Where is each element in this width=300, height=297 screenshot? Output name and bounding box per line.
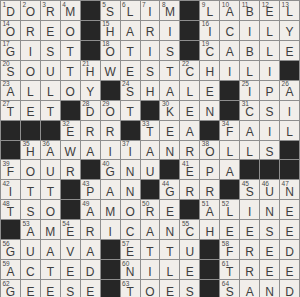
letter-square-r6c7[interactable]: T <box>121 101 140 120</box>
letter-square-r8c9[interactable]: N <box>160 141 179 160</box>
letter-square-r9c2[interactable]: O <box>21 160 40 179</box>
cell-letter: E <box>126 246 134 258</box>
block-square-r5c6 <box>101 81 120 100</box>
letter-square-r5c4[interactable]: O <box>61 81 80 100</box>
letter-square-r15c4[interactable]: S <box>61 280 80 297</box>
letter-square-r14c5[interactable]: D <box>81 260 100 279</box>
letter-square-r8c5[interactable]: A <box>81 141 100 160</box>
cell-letter: E <box>286 206 294 218</box>
cell-letter: I <box>148 266 151 278</box>
cell-letter: I <box>268 66 271 78</box>
cell-letter: B <box>246 6 254 18</box>
cell-letter: U <box>146 166 155 178</box>
letter-square-r9c10[interactable]: 41E <box>180 160 199 179</box>
letter-square-r2c7[interactable]: A <box>121 21 140 40</box>
letter-square-r6c10[interactable]: E <box>180 101 199 120</box>
letter-square-r11c14[interactable]: N <box>260 200 279 219</box>
letter-square-r2c1[interactable]: 14O <box>1 21 20 40</box>
letter-square-r10c1[interactable]: 42I <box>1 180 20 199</box>
letter-square-r6c14[interactable]: S <box>260 101 279 120</box>
letter-square-r9c12[interactable]: A <box>220 160 239 179</box>
cell-letter: C <box>245 106 254 118</box>
letter-square-r12c4[interactable]: 54E <box>61 220 80 239</box>
letter-square-r9c6[interactable]: 40G <box>101 160 120 179</box>
letter-square-r3c8[interactable]: I <box>141 41 160 60</box>
cell-letter: F <box>226 246 233 258</box>
letter-square-r10c10[interactable]: R <box>180 180 199 199</box>
letter-square-r3c11[interactable]: 19C <box>200 41 219 60</box>
block-square-r3c5 <box>81 41 100 60</box>
letter-square-r8c4[interactable]: W <box>61 141 80 160</box>
letter-square-r14c8[interactable]: I <box>141 260 160 279</box>
cell-letter: F <box>226 126 233 138</box>
clue-number: 20 <box>3 61 10 68</box>
letter-square-r4c1[interactable]: 20S <box>1 61 20 80</box>
block-square-r15c6 <box>101 280 120 297</box>
cell-letter: G <box>165 186 174 198</box>
letter-square-r4c11[interactable]: H <box>200 61 219 80</box>
letter-square-r8c13[interactable]: L <box>240 141 259 160</box>
letter-square-r15c7[interactable]: 63T <box>121 280 140 297</box>
letter-square-r13c2[interactable]: U <box>21 240 40 259</box>
clue-number: 11 <box>242 2 249 9</box>
cell-letter: O <box>125 206 134 218</box>
letter-square-r1c2[interactable]: 2O <box>21 1 40 20</box>
letter-square-r5c1[interactable]: 23A <box>1 81 20 100</box>
letter-square-r7c4[interactable]: 32E <box>61 121 80 140</box>
letter-square-r5c2[interactable]: L <box>21 81 40 100</box>
letter-square-r6c5[interactable]: 28D <box>81 101 100 120</box>
letter-square-r1c9[interactable]: 8M <box>160 1 179 20</box>
letter-square-r13c7[interactable]: 57E <box>121 240 140 259</box>
letter-square-r3c3[interactable]: S <box>41 41 60 60</box>
cell-letter: A <box>46 246 54 258</box>
letter-square-r8c10[interactable]: R <box>180 141 199 160</box>
letter-square-r15c10[interactable]: S <box>180 280 199 297</box>
letter-square-r4c4[interactable]: T <box>61 61 80 80</box>
letter-square-r12c7[interactable]: C <box>121 220 140 239</box>
cell-letter: E <box>46 286 54 297</box>
letter-square-r9c4[interactable]: R <box>61 160 80 179</box>
letter-square-r5c15[interactable]: 26A <box>280 81 299 100</box>
letter-square-r6c9[interactable]: 30K <box>160 101 179 120</box>
letter-square-r12c3[interactable]: M <box>41 220 60 239</box>
block-square-r10c12 <box>220 180 239 199</box>
letter-square-r12c5[interactable]: R <box>81 220 100 239</box>
cell-letter: T <box>47 106 54 118</box>
cell-letter: L <box>266 26 273 38</box>
letter-square-r4c9[interactable]: T <box>160 61 179 80</box>
clue-number: 3 <box>42 2 46 9</box>
letter-square-r10c5[interactable]: 43P <box>81 180 100 199</box>
block-square-r9c13 <box>240 160 259 179</box>
letter-square-r1c14[interactable]: 12E <box>260 1 279 20</box>
letter-square-r4c5[interactable]: 21H <box>81 61 100 80</box>
letter-square-r7c8[interactable]: 33T <box>141 121 160 140</box>
cell-letter: E <box>166 206 174 218</box>
letter-square-r14c3[interactable]: T <box>41 260 60 279</box>
cell-letter: A <box>26 226 34 238</box>
letter-square-r12c8[interactable]: A <box>141 220 160 239</box>
cell-letter: R <box>186 186 195 198</box>
letter-square-r13c12[interactable]: 58F <box>220 240 239 259</box>
letter-square-r7c9[interactable]: E <box>160 121 179 140</box>
letter-square-r3c9[interactable]: S <box>160 41 179 60</box>
letter-square-r14c13[interactable]: R <box>240 260 259 279</box>
cell-letter: S <box>266 226 274 238</box>
letter-square-r13c13[interactable]: R <box>240 240 259 259</box>
letter-square-r15c2[interactable]: E <box>21 280 40 297</box>
letter-square-r2c13[interactable]: I <box>240 21 259 40</box>
letter-square-r13c4[interactable]: V <box>61 240 80 259</box>
letter-square-r3c7[interactable]: T <box>121 41 140 60</box>
letter-square-r11c5[interactable]: 49A <box>81 200 100 219</box>
clue-number: 53 <box>22 221 29 228</box>
cell-letter: P <box>206 166 214 178</box>
letter-square-r11c6[interactable]: M <box>101 200 120 219</box>
cell-letter: Y <box>86 86 94 98</box>
letter-square-r11c11[interactable]: 51A <box>200 200 219 219</box>
letter-square-r3c15[interactable]: E <box>280 41 299 60</box>
letter-square-r8c6[interactable]: I <box>101 141 120 160</box>
letter-square-r7c13[interactable]: A <box>240 121 259 140</box>
block-square-r9c14 <box>260 160 279 179</box>
letter-square-r10c7[interactable]: N <box>121 180 140 199</box>
letter-square-r15c13[interactable]: A <box>240 280 259 297</box>
letter-square-r8c14[interactable]: S <box>260 141 279 160</box>
letter-square-r6c3[interactable]: T <box>41 101 60 120</box>
clue-number: 31 <box>242 101 249 108</box>
cell-letter: E <box>286 266 294 278</box>
letter-square-r10c11[interactable]: R <box>200 180 219 199</box>
cell-letter: S <box>266 146 274 158</box>
block-square-r4c15 <box>280 61 299 80</box>
letter-square-r12c11[interactable]: H <box>200 220 219 239</box>
cell-letter: W <box>104 66 115 78</box>
letter-square-r4c8[interactable]: S <box>141 61 160 80</box>
letter-square-r2c3[interactable]: E <box>41 21 60 40</box>
cell-letter: C <box>225 26 234 38</box>
letter-square-r2c15[interactable]: Y <box>280 21 299 40</box>
clue-number: 56 <box>3 241 10 248</box>
cell-letter: U <box>46 66 55 78</box>
cell-letter: P <box>266 86 274 98</box>
letter-square-r9c7[interactable]: N <box>121 160 140 179</box>
letter-square-r3c6[interactable]: 18O <box>101 41 120 60</box>
letter-square-r11c9[interactable]: E <box>160 200 179 219</box>
letter-square-r3c4[interactable]: T <box>61 41 80 60</box>
cell-letter: R <box>86 126 95 138</box>
letter-square-r9c11[interactable]: P <box>200 160 219 179</box>
letter-square-r10c9[interactable]: 44G <box>160 180 179 199</box>
clue-number: 30 <box>162 101 169 108</box>
letter-square-r13c1[interactable]: 56G <box>1 240 20 259</box>
letter-square-r15c3[interactable]: E <box>41 280 60 297</box>
cell-letter: N <box>205 106 214 118</box>
cell-letter: I <box>208 26 211 38</box>
letter-square-r15c14[interactable]: N <box>260 280 279 297</box>
letter-square-r6c11[interactable]: N <box>200 101 219 120</box>
letter-square-r14c1[interactable]: 59A <box>1 260 20 279</box>
cell-letter: A <box>146 226 154 238</box>
letter-square-r7c14[interactable]: I <box>260 121 279 140</box>
cell-letter: U <box>46 166 55 178</box>
letter-square-r15c1[interactable]: 62G <box>1 280 20 297</box>
cell-letter: L <box>246 66 253 78</box>
letter-square-r15c15[interactable]: D <box>280 280 299 297</box>
letter-square-r12c14[interactable]: S <box>260 220 279 239</box>
letter-square-r10c13[interactable]: 45S <box>240 180 259 199</box>
cell-letter: T <box>47 266 54 278</box>
letter-square-r11c2[interactable]: S <box>21 200 40 219</box>
letter-square-r5c5[interactable]: Y <box>81 81 100 100</box>
letter-square-r3c13[interactable]: B <box>240 41 259 60</box>
letter-square-r8c3[interactable]: 36A <box>41 141 60 160</box>
letter-square-r2c6[interactable]: 15H <box>101 21 120 40</box>
letter-square-r8c7[interactable]: 37I <box>121 141 140 160</box>
cell-letter: G <box>6 46 15 58</box>
letter-square-r13c3[interactable]: A <box>41 240 60 259</box>
letter-square-r5c8[interactable]: H <box>141 81 160 100</box>
cell-letter: O <box>66 26 75 38</box>
clue-number: 39 <box>3 161 10 168</box>
clue-number: 50 <box>142 201 149 208</box>
letter-square-r11c12[interactable]: 52L <box>220 200 239 219</box>
block-square-r9c9 <box>160 160 179 179</box>
letter-square-r14c4[interactable]: E <box>61 260 80 279</box>
cell-letter: A <box>246 286 254 297</box>
letter-square-r3c2[interactable]: I <box>21 41 40 60</box>
letter-square-r2c8[interactable]: R <box>141 21 160 40</box>
letter-square-r6c1[interactable]: 27T <box>1 101 20 120</box>
letter-square-r1c3[interactable]: 3R <box>41 1 60 20</box>
clue-number: 27 <box>3 101 10 108</box>
letter-square-r13c5[interactable]: A <box>81 240 100 259</box>
letter-square-r10c3[interactable]: T <box>41 180 60 199</box>
cell-letter: T <box>126 46 133 58</box>
letter-square-r14c9[interactable]: L <box>160 260 179 279</box>
letter-square-r15c5[interactable]: E <box>81 280 100 297</box>
cell-letter: E <box>226 226 234 238</box>
cell-letter: L <box>47 86 54 98</box>
cell-letter: O <box>46 206 55 218</box>
cell-letter: L <box>27 86 34 98</box>
block-square-r7c1 <box>1 121 20 140</box>
letter-square-r6c15[interactable]: I <box>280 101 299 120</box>
letter-square-r11c8[interactable]: 50R <box>141 200 160 219</box>
letter-square-r5c13[interactable]: 25I <box>240 81 259 100</box>
letter-square-r1c13[interactable]: 11B <box>240 1 259 20</box>
cell-letter: O <box>26 6 35 18</box>
letter-square-r6c13[interactable]: 31C <box>240 101 259 120</box>
letter-square-r12c15[interactable]: E <box>280 220 299 239</box>
clue-number: 60 <box>122 261 129 268</box>
cell-letter: A <box>206 206 214 218</box>
letter-square-r2c11[interactable]: 16I <box>200 21 219 40</box>
letter-square-r7c6[interactable]: R <box>101 121 120 140</box>
letter-square-r15c9[interactable]: E <box>160 280 179 297</box>
cell-letter: I <box>29 46 32 58</box>
letter-square-r15c12[interactable]: 64S <box>220 280 239 297</box>
cell-letter: N <box>126 266 135 278</box>
letter-square-r11c1[interactable]: 48T <box>1 200 20 219</box>
letter-square-r14c15[interactable]: E <box>280 260 299 279</box>
letter-square-r13c8[interactable]: T <box>141 240 160 259</box>
letter-square-r12c2[interactable]: 53A <box>21 220 40 239</box>
cell-letter: O <box>105 46 114 58</box>
letter-square-r13c15[interactable]: D <box>280 240 299 259</box>
cell-letter: I <box>248 86 251 98</box>
letter-square-r12c9[interactable]: N <box>160 220 179 239</box>
letter-square-r1c8[interactable]: 7I <box>141 1 160 20</box>
cell-letter: R <box>86 226 95 238</box>
letter-square-r5c14[interactable]: P <box>260 81 279 100</box>
letter-square-r9c1[interactable]: 39F <box>1 160 20 179</box>
letter-square-r12c10[interactable]: 55C <box>180 220 199 239</box>
cell-letter: I <box>248 26 251 38</box>
letter-square-r3c1[interactable]: 17G <box>1 41 20 60</box>
letter-square-r2c4[interactable]: O <box>61 21 80 40</box>
letter-square-r2c12[interactable]: C <box>220 21 239 40</box>
clue-number: 34 <box>222 121 229 128</box>
clue-number: 47 <box>282 181 289 188</box>
letter-square-r11c7[interactable]: O <box>121 200 140 219</box>
cell-letter: D <box>86 106 95 118</box>
letter-square-r5c11[interactable]: E <box>200 81 219 100</box>
clue-number: 32 <box>62 121 69 128</box>
cell-letter: D <box>285 246 294 258</box>
cell-letter: E <box>186 106 194 118</box>
letter-square-r13c9[interactable]: T <box>160 240 179 259</box>
cell-letter: N <box>265 286 274 297</box>
clue-number: 28 <box>82 101 89 108</box>
letter-square-r12c13[interactable]: E <box>240 220 259 239</box>
letter-square-r12c6[interactable]: I <box>101 220 120 239</box>
letter-square-r1c6[interactable]: 5S <box>101 1 120 20</box>
letter-square-r13c10[interactable]: U <box>180 240 199 259</box>
letter-square-r5c7[interactable]: 24S <box>121 81 140 100</box>
cell-letter: E <box>246 226 254 238</box>
cell-letter: A <box>86 246 94 258</box>
letter-square-r4c10[interactable]: 22C <box>180 61 199 80</box>
letter-square-r7c15[interactable]: L <box>280 121 299 140</box>
letter-square-r4c13[interactable]: L <box>240 61 259 80</box>
letter-square-r11c13[interactable]: I <box>240 200 259 219</box>
cell-letter: I <box>148 6 151 18</box>
cell-letter: E <box>126 66 134 78</box>
letter-square-r1c7[interactable]: 6L <box>121 1 140 20</box>
letter-square-r5c10[interactable]: L <box>180 81 199 100</box>
letter-square-r4c7[interactable]: E <box>121 61 140 80</box>
letter-square-r10c6[interactable]: A <box>101 180 120 199</box>
cell-letter: C <box>186 226 195 238</box>
block-square-r6c4 <box>61 101 80 120</box>
letter-square-r4c2[interactable]: O <box>21 61 40 80</box>
letter-square-r13c14[interactable]: E <box>260 240 279 259</box>
letter-square-r14c12[interactable]: 61T <box>220 260 239 279</box>
block-square-r8c15 <box>280 141 299 160</box>
cell-letter: E <box>166 286 174 297</box>
clue-number: 19 <box>202 41 209 48</box>
clue-number: 58 <box>222 241 229 248</box>
letter-square-r8c2[interactable]: 35H <box>21 141 40 160</box>
letter-square-r4c3[interactable]: U <box>41 61 60 80</box>
cell-letter: S <box>106 6 114 18</box>
letter-square-r8c8[interactable]: A <box>141 141 160 160</box>
letter-square-r11c15[interactable]: E <box>280 200 299 219</box>
letter-square-r7c10[interactable]: A <box>180 121 199 140</box>
letter-square-r7c5[interactable]: R <box>81 121 100 140</box>
letter-square-r2c9[interactable]: I <box>160 21 179 40</box>
block-square-r15c11 <box>200 280 219 297</box>
letter-square-r14c2[interactable]: C <box>21 260 40 279</box>
cell-letter: O <box>26 166 35 178</box>
letter-square-r12c12[interactable]: E <box>220 220 239 239</box>
cell-letter: I <box>168 26 171 38</box>
letter-square-r10c2[interactable]: T <box>21 180 40 199</box>
clue-number: 25 <box>242 81 249 88</box>
letter-square-r2c2[interactable]: R <box>21 21 40 40</box>
letter-square-r4c6[interactable]: W <box>101 61 120 80</box>
letter-square-r4c14[interactable]: I <box>260 61 279 80</box>
letter-square-r15c8[interactable]: O <box>141 280 160 297</box>
letter-square-r10c14[interactable]: 46U <box>260 180 279 199</box>
cell-letter: N <box>126 186 135 198</box>
letter-square-r11c3[interactable]: O <box>41 200 60 219</box>
cell-letter: L <box>266 46 273 58</box>
letter-square-r5c3[interactable]: L <box>41 81 60 100</box>
clue-number: 45 <box>242 181 249 188</box>
letter-square-r10c15[interactable]: 47N <box>280 180 299 199</box>
letter-square-r2c14[interactable]: L <box>260 21 279 40</box>
cell-letter: N <box>285 186 294 198</box>
clue-number: 9 <box>202 2 206 9</box>
letter-square-r3c12[interactable]: A <box>220 41 239 60</box>
block-square-r2c10 <box>180 21 199 40</box>
letter-square-r14c7[interactable]: 60N <box>121 260 140 279</box>
letter-square-r5c9[interactable]: A <box>160 81 179 100</box>
cell-letter: A <box>146 146 154 158</box>
cell-letter: H <box>146 86 155 98</box>
cell-letter: T <box>226 266 233 278</box>
letter-square-r14c10[interactable]: E <box>180 260 199 279</box>
block-square-r11c10 <box>180 200 199 219</box>
clue-number: 48 <box>3 201 10 208</box>
cell-letter: R <box>66 166 75 178</box>
letter-square-r4c12[interactable]: I <box>220 61 239 80</box>
cell-letter: H <box>26 146 35 158</box>
letter-square-r8c12[interactable]: L <box>220 141 239 160</box>
block-square-r7c2 <box>21 121 40 140</box>
letter-square-r9c8[interactable]: U <box>141 160 160 179</box>
letter-square-r1c1[interactable]: 1D <box>1 1 20 20</box>
cell-letter: T <box>7 206 14 218</box>
letter-square-r1c11[interactable]: 9L <box>200 1 219 20</box>
letter-square-r9c3[interactable]: U <box>41 160 60 179</box>
letter-square-r7c12[interactable]: 34F <box>220 121 239 140</box>
letter-square-r8c11[interactable]: 38O <box>200 141 219 160</box>
letter-square-r6c2[interactable]: E <box>21 101 40 120</box>
letter-square-r6c6[interactable]: 29O <box>101 101 120 120</box>
block-square-r7c7 <box>121 121 140 140</box>
letter-square-r3c14[interactable]: L <box>260 41 279 60</box>
letter-square-r1c4[interactable]: 4M <box>61 1 80 20</box>
letter-square-r1c15[interactable]: 13L <box>280 1 299 20</box>
cell-letter: I <box>108 146 111 158</box>
cell-letter: O <box>6 26 15 38</box>
letter-square-r1c12[interactable]: 10A <box>220 1 239 20</box>
letter-square-r14c14[interactable]: E <box>260 260 279 279</box>
